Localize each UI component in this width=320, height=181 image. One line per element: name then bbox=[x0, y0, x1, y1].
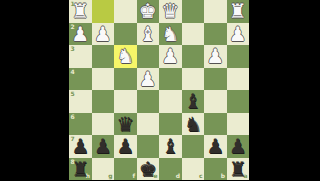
square-b7[interactable]: ♟ bbox=[204, 135, 227, 158]
square-b3[interactable]: ♟ bbox=[204, 45, 227, 68]
square-d1[interactable]: ♛ bbox=[159, 0, 182, 23]
square-e4[interactable]: ♟ bbox=[137, 68, 160, 91]
piece-white-pawn-b3[interactable]: ♟ bbox=[204, 45, 227, 68]
square-b5[interactable] bbox=[204, 90, 227, 113]
square-g1[interactable] bbox=[92, 0, 115, 23]
square-f5[interactable] bbox=[114, 90, 137, 113]
square-f4[interactable] bbox=[114, 68, 137, 91]
rank-label-4: 4 bbox=[71, 69, 75, 75]
square-g6[interactable] bbox=[92, 113, 115, 136]
square-h2[interactable]: 2♟ bbox=[69, 23, 92, 46]
square-c2[interactable] bbox=[182, 23, 205, 46]
piece-black-bishop-d7[interactable]: ♝ bbox=[159, 135, 182, 158]
square-e6[interactable] bbox=[137, 113, 160, 136]
piece-white-pawn-h2[interactable]: ♟ bbox=[69, 23, 92, 46]
piece-black-rook-a8[interactable]: ♜ bbox=[227, 158, 250, 181]
piece-black-queen-f6[interactable]: ♛ bbox=[114, 113, 137, 136]
square-b4[interactable] bbox=[204, 68, 227, 91]
square-g5[interactable] bbox=[92, 90, 115, 113]
square-f7[interactable]: ♟ bbox=[114, 135, 137, 158]
square-f2[interactable] bbox=[114, 23, 137, 46]
file-label-b: b bbox=[221, 173, 225, 179]
square-d4[interactable] bbox=[159, 68, 182, 91]
square-g4[interactable] bbox=[92, 68, 115, 91]
square-b8[interactable]: b bbox=[204, 158, 227, 181]
square-f3[interactable]: ♞ bbox=[114, 45, 137, 68]
square-e3[interactable] bbox=[137, 45, 160, 68]
piece-white-pawn-e4[interactable]: ♟ bbox=[137, 68, 160, 91]
square-d2[interactable]: ♞ bbox=[159, 23, 182, 46]
piece-black-rook-h8[interactable]: ♜ bbox=[69, 158, 92, 181]
square-g3[interactable] bbox=[92, 45, 115, 68]
square-h7[interactable]: 7♟ bbox=[69, 135, 92, 158]
square-h3[interactable]: 3 bbox=[69, 45, 92, 68]
piece-black-bishop-c5[interactable]: ♝ bbox=[182, 90, 205, 113]
piece-white-king-e1[interactable]: ♚ bbox=[137, 0, 160, 23]
piece-white-knight-f3[interactable]: ♞ bbox=[114, 45, 137, 68]
square-d8[interactable]: d bbox=[159, 158, 182, 181]
square-d3[interactable]: ♟ bbox=[159, 45, 182, 68]
rank-label-6: 6 bbox=[71, 114, 75, 120]
piece-white-queen-d1[interactable]: ♛ bbox=[159, 0, 182, 23]
square-a7[interactable]: ♟ bbox=[227, 135, 250, 158]
piece-white-knight-d2[interactable]: ♞ bbox=[159, 23, 182, 46]
square-e8[interactable]: e♚ bbox=[137, 158, 160, 181]
square-a1[interactable]: ♜ bbox=[227, 0, 250, 23]
piece-black-pawn-b7[interactable]: ♟ bbox=[204, 135, 227, 158]
square-b2[interactable] bbox=[204, 23, 227, 46]
piece-white-bishop-e2[interactable]: ♝ bbox=[137, 23, 160, 46]
square-d6[interactable] bbox=[159, 113, 182, 136]
square-h1[interactable]: 1♜ bbox=[69, 0, 92, 23]
file-label-g: g bbox=[108, 173, 112, 179]
letterbox-left bbox=[0, 0, 69, 180]
video-frame: 1♜♚♛♜2♟♟♝♞♟3♞♟♟4♟5♝6♛♞7♟♟♟♝♟♟8h♜gfe♚dcba… bbox=[0, 0, 320, 180]
square-a8[interactable]: a♜ bbox=[227, 158, 250, 181]
file-label-c: c bbox=[199, 173, 203, 179]
rank-label-5: 5 bbox=[71, 91, 75, 97]
square-b6[interactable] bbox=[204, 113, 227, 136]
square-g2[interactable]: ♟ bbox=[92, 23, 115, 46]
square-c6[interactable]: ♞ bbox=[182, 113, 205, 136]
square-c3[interactable] bbox=[182, 45, 205, 68]
piece-white-pawn-a2[interactable]: ♟ bbox=[227, 23, 250, 46]
square-c8[interactable]: c bbox=[182, 158, 205, 181]
piece-white-rook-h1[interactable]: ♜ bbox=[69, 0, 92, 23]
square-h5[interactable]: 5 bbox=[69, 90, 92, 113]
square-c1[interactable] bbox=[182, 0, 205, 23]
square-g7[interactable]: ♟ bbox=[92, 135, 115, 158]
piece-black-pawn-a7[interactable]: ♟ bbox=[227, 135, 250, 158]
piece-black-knight-c6[interactable]: ♞ bbox=[182, 113, 205, 136]
square-a6[interactable] bbox=[227, 113, 250, 136]
square-f6[interactable]: ♛ bbox=[114, 113, 137, 136]
square-e7[interactable] bbox=[137, 135, 160, 158]
piece-black-pawn-h7[interactable]: ♟ bbox=[69, 135, 92, 158]
file-label-f: f bbox=[132, 173, 135, 179]
square-d7[interactable]: ♝ bbox=[159, 135, 182, 158]
piece-black-pawn-g7[interactable]: ♟ bbox=[92, 135, 115, 158]
square-a5[interactable] bbox=[227, 90, 250, 113]
square-f8[interactable]: f bbox=[114, 158, 137, 181]
square-c7[interactable] bbox=[182, 135, 205, 158]
square-e5[interactable] bbox=[137, 90, 160, 113]
piece-white-rook-a1[interactable]: ♜ bbox=[227, 0, 250, 23]
rank-label-3: 3 bbox=[71, 46, 75, 52]
letterbox-right bbox=[249, 0, 320, 180]
square-g8[interactable]: g bbox=[92, 158, 115, 181]
piece-black-king-e8[interactable]: ♚ bbox=[137, 158, 160, 181]
square-h6[interactable]: 6 bbox=[69, 113, 92, 136]
square-e2[interactable]: ♝ bbox=[137, 23, 160, 46]
square-a3[interactable] bbox=[227, 45, 250, 68]
square-c5[interactable]: ♝ bbox=[182, 90, 205, 113]
piece-black-pawn-f7[interactable]: ♟ bbox=[114, 135, 137, 158]
square-h4[interactable]: 4 bbox=[69, 68, 92, 91]
square-f1[interactable] bbox=[114, 0, 137, 23]
piece-white-pawn-d3[interactable]: ♟ bbox=[159, 45, 182, 68]
square-h8[interactable]: 8h♜ bbox=[69, 158, 92, 181]
square-c4[interactable] bbox=[182, 68, 205, 91]
chess-board: 1♜♚♛♜2♟♟♝♞♟3♞♟♟4♟5♝6♛♞7♟♟♟♝♟♟8h♜gfe♚dcba… bbox=[69, 0, 249, 180]
square-d5[interactable] bbox=[159, 90, 182, 113]
file-label-d: d bbox=[176, 173, 180, 179]
square-b1[interactable] bbox=[204, 0, 227, 23]
square-e1[interactable]: ♚ bbox=[137, 0, 160, 23]
square-a2[interactable]: ♟ bbox=[227, 23, 250, 46]
piece-white-pawn-g2[interactable]: ♟ bbox=[92, 23, 115, 46]
square-a4[interactable] bbox=[227, 68, 250, 91]
